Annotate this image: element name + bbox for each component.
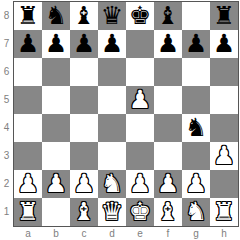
black-bishop-c8[interactable]: ♝ bbox=[73, 2, 95, 30]
square-a1[interactable]: ♜ bbox=[14, 198, 42, 226]
white-knight-d2[interactable]: ♞ bbox=[101, 170, 123, 198]
white-king-e1[interactable]: ♚ bbox=[129, 198, 151, 226]
square-c6[interactable] bbox=[70, 58, 98, 86]
square-b7[interactable]: ♟ bbox=[42, 30, 70, 58]
black-king-e8[interactable]: ♚ bbox=[129, 2, 151, 30]
square-d6[interactable] bbox=[98, 58, 126, 86]
square-b4[interactable] bbox=[42, 114, 70, 142]
square-c1[interactable]: ♝ bbox=[70, 198, 98, 226]
square-d8[interactable]: ♛ bbox=[98, 2, 126, 30]
square-g8[interactable] bbox=[182, 2, 210, 30]
square-f3[interactable] bbox=[154, 142, 182, 170]
square-a5[interactable] bbox=[14, 86, 42, 114]
file-label-a: a bbox=[14, 227, 42, 240]
square-h2[interactable] bbox=[210, 170, 238, 198]
square-h1[interactable]: ♜ bbox=[210, 198, 238, 226]
rank-label-2: 2 bbox=[0, 170, 13, 198]
square-f1[interactable]: ♝ bbox=[154, 198, 182, 226]
black-pawn-a7[interactable]: ♟ bbox=[17, 30, 39, 58]
chess-board: ♜♞♝♛♚♝♜♟♟♟♟♟♟♟♟♞♟♟♟♟♞♟♟♟♜♝♛♚♝♞♜ bbox=[14, 2, 238, 226]
square-g1[interactable]: ♞ bbox=[182, 198, 210, 226]
square-a2[interactable]: ♟ bbox=[14, 170, 42, 198]
rank-label-6: 6 bbox=[0, 58, 13, 86]
square-h5[interactable] bbox=[210, 86, 238, 114]
square-h6[interactable] bbox=[210, 58, 238, 86]
square-e5[interactable]: ♟ bbox=[126, 86, 154, 114]
black-knight-g4[interactable]: ♞ bbox=[185, 114, 207, 142]
square-a8[interactable]: ♜ bbox=[14, 2, 42, 30]
square-b3[interactable] bbox=[42, 142, 70, 170]
white-knight-g1[interactable]: ♞ bbox=[185, 198, 207, 226]
square-e7[interactable] bbox=[126, 30, 154, 58]
file-label-h: h bbox=[210, 227, 238, 240]
black-bishop-f8[interactable]: ♝ bbox=[157, 2, 179, 30]
black-knight-b8[interactable]: ♞ bbox=[45, 2, 67, 30]
black-pawn-b7[interactable]: ♟ bbox=[45, 30, 67, 58]
white-bishop-f1[interactable]: ♝ bbox=[157, 198, 179, 226]
square-a6[interactable] bbox=[14, 58, 42, 86]
white-pawn-g2[interactable]: ♟ bbox=[185, 170, 207, 198]
rank-label-7: 7 bbox=[0, 30, 13, 58]
square-b1[interactable] bbox=[42, 198, 70, 226]
square-e2[interactable]: ♟ bbox=[126, 170, 154, 198]
black-pawn-h7[interactable]: ♟ bbox=[213, 30, 235, 58]
square-e1[interactable]: ♚ bbox=[126, 198, 154, 226]
white-pawn-c2[interactable]: ♟ bbox=[73, 170, 95, 198]
square-h8[interactable]: ♜ bbox=[210, 2, 238, 30]
square-a7[interactable]: ♟ bbox=[14, 30, 42, 58]
rank-label-8: 8 bbox=[0, 2, 13, 30]
square-e6[interactable] bbox=[126, 58, 154, 86]
black-rook-a8[interactable]: ♜ bbox=[17, 2, 39, 30]
file-label-d: d bbox=[98, 227, 126, 240]
square-d2[interactable]: ♞ bbox=[98, 170, 126, 198]
square-b5[interactable] bbox=[42, 86, 70, 114]
rank-label-3: 3 bbox=[0, 142, 13, 170]
square-g2[interactable]: ♟ bbox=[182, 170, 210, 198]
rank-label-4: 4 bbox=[0, 114, 13, 142]
square-h7[interactable]: ♟ bbox=[210, 30, 238, 58]
square-a3[interactable] bbox=[14, 142, 42, 170]
white-pawn-a2[interactable]: ♟ bbox=[17, 170, 39, 198]
rank-label-1: 1 bbox=[0, 198, 13, 226]
square-c3[interactable] bbox=[70, 142, 98, 170]
black-pawn-d7[interactable]: ♟ bbox=[101, 30, 123, 58]
white-pawn-e2[interactable]: ♟ bbox=[129, 170, 151, 198]
square-b2[interactable]: ♟ bbox=[42, 170, 70, 198]
square-f5[interactable] bbox=[154, 86, 182, 114]
square-c7[interactable]: ♟ bbox=[70, 30, 98, 58]
rank-label-5: 5 bbox=[0, 86, 13, 114]
square-f6[interactable] bbox=[154, 58, 182, 86]
black-pawn-f7[interactable]: ♟ bbox=[157, 30, 179, 58]
black-pawn-g7[interactable]: ♟ bbox=[185, 30, 207, 58]
square-e3[interactable] bbox=[126, 142, 154, 170]
black-pawn-c7[interactable]: ♟ bbox=[73, 30, 95, 58]
white-pawn-h3[interactable]: ♟ bbox=[213, 142, 235, 170]
square-g6[interactable] bbox=[182, 58, 210, 86]
square-g4[interactable]: ♞ bbox=[182, 114, 210, 142]
square-f7[interactable]: ♟ bbox=[154, 30, 182, 58]
square-h3[interactable]: ♟ bbox=[210, 142, 238, 170]
square-e8[interactable]: ♚ bbox=[126, 2, 154, 30]
square-a4[interactable] bbox=[14, 114, 42, 142]
square-d1[interactable]: ♛ bbox=[98, 198, 126, 226]
black-queen-d8[interactable]: ♛ bbox=[101, 2, 123, 30]
file-label-f: f bbox=[154, 227, 182, 240]
file-label-e: e bbox=[126, 227, 154, 240]
white-rook-h1[interactable]: ♜ bbox=[213, 198, 235, 226]
file-label-g: g bbox=[182, 227, 210, 240]
square-b8[interactable]: ♞ bbox=[42, 2, 70, 30]
square-c2[interactable]: ♟ bbox=[70, 170, 98, 198]
rank-labels: 87654321 bbox=[0, 2, 13, 226]
square-g7[interactable]: ♟ bbox=[182, 30, 210, 58]
square-d3[interactable] bbox=[98, 142, 126, 170]
square-f4[interactable] bbox=[154, 114, 182, 142]
chess-diagram: 87654321 ♜♞♝♛♚♝♜♟♟♟♟♟♟♟♟♞♟♟♟♟♞♟♟♟♜♝♛♚♝♞♜… bbox=[0, 0, 240, 240]
file-label-c: c bbox=[70, 227, 98, 240]
white-bishop-c1[interactable]: ♝ bbox=[73, 198, 95, 226]
square-f8[interactable]: ♝ bbox=[154, 2, 182, 30]
square-h4[interactable] bbox=[210, 114, 238, 142]
square-b6[interactable] bbox=[42, 58, 70, 86]
square-c4[interactable] bbox=[70, 114, 98, 142]
square-e4[interactable] bbox=[126, 114, 154, 142]
white-pawn-f2[interactable]: ♟ bbox=[157, 170, 179, 198]
white-pawn-b2[interactable]: ♟ bbox=[45, 170, 67, 198]
square-d5[interactable] bbox=[98, 86, 126, 114]
white-queen-d1[interactable]: ♛ bbox=[101, 198, 123, 226]
white-rook-a1[interactable]: ♜ bbox=[17, 198, 39, 226]
black-rook-h8[interactable]: ♜ bbox=[213, 2, 235, 30]
file-label-b: b bbox=[42, 227, 70, 240]
white-pawn-e5[interactable]: ♟ bbox=[129, 86, 151, 114]
square-d4[interactable] bbox=[98, 114, 126, 142]
square-d7[interactable]: ♟ bbox=[98, 30, 126, 58]
board-frame: ♜♞♝♛♚♝♜♟♟♟♟♟♟♟♟♞♟♟♟♟♞♟♟♟♜♝♛♚♝♞♜ bbox=[13, 1, 239, 227]
square-g5[interactable] bbox=[182, 86, 210, 114]
square-f2[interactable]: ♟ bbox=[154, 170, 182, 198]
square-c5[interactable] bbox=[70, 86, 98, 114]
square-c8[interactable]: ♝ bbox=[70, 2, 98, 30]
square-g3[interactable] bbox=[182, 142, 210, 170]
file-labels: abcdefgh bbox=[14, 227, 238, 240]
